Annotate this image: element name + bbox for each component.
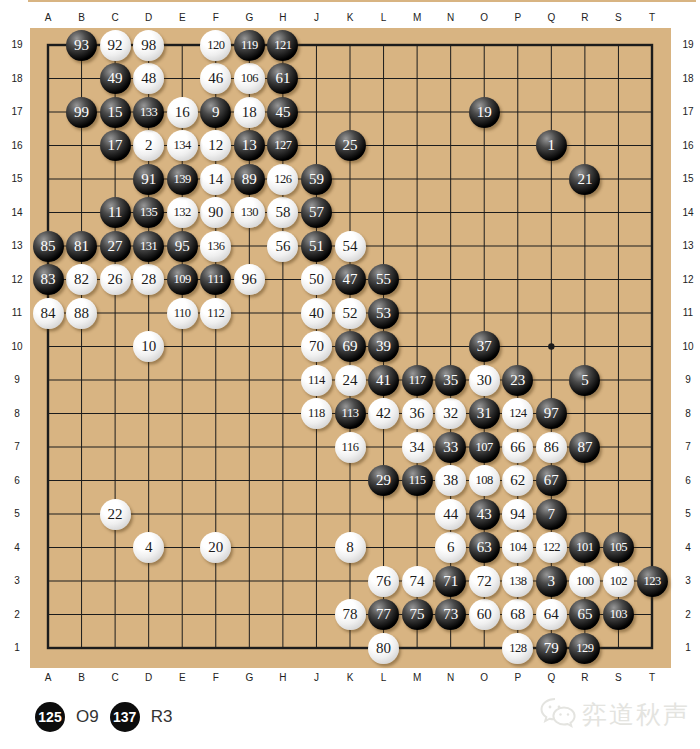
stone-number: 136 <box>207 239 224 254</box>
stone-D10: 10 <box>133 331 164 362</box>
stone-number: 112 <box>207 306 224 321</box>
row-label-right-8: 8 <box>674 408 700 420</box>
stone-number: 78 <box>343 606 358 623</box>
stone-O6: 108 <box>469 465 500 496</box>
stone-number: 89 <box>242 171 257 188</box>
stone-G19: 119 <box>234 30 265 61</box>
caption-stone-125: 125 <box>35 702 65 732</box>
stone-number: 1 <box>548 137 556 154</box>
stone-R15: 21 <box>569 164 600 195</box>
col-label-bottom-M: M <box>407 672 427 684</box>
stone-Q2: 64 <box>536 599 567 630</box>
stone-L3: 76 <box>368 566 399 597</box>
row-label-left-4: 4 <box>4 542 30 554</box>
stone-N8: 32 <box>435 398 466 429</box>
row-label-left-3: 3 <box>4 575 30 587</box>
stone-number: 34 <box>410 439 425 456</box>
stone-number: 87 <box>577 439 592 456</box>
stone-N7: 33 <box>435 432 466 463</box>
col-label-top-Q: Q <box>541 12 561 24</box>
stone-number: 37 <box>477 338 492 355</box>
stone-number: 95 <box>175 238 190 255</box>
stone-number: 116 <box>342 440 359 455</box>
stone-M8: 36 <box>402 398 433 429</box>
stone-O2: 60 <box>469 599 500 630</box>
stone-G15: 89 <box>234 164 265 195</box>
stone-number: 88 <box>74 305 89 322</box>
stone-number: 28 <box>141 271 156 288</box>
col-label-top-S: S <box>608 12 628 24</box>
stone-E13: 95 <box>167 231 198 262</box>
stone-S2: 103 <box>603 599 634 630</box>
col-label-bottom-Q: Q <box>541 672 561 684</box>
stone-number: 11 <box>108 204 122 221</box>
col-label-top-H: H <box>273 12 293 24</box>
col-label-bottom-H: H <box>273 672 293 684</box>
stone-number: 31 <box>477 405 492 422</box>
stone-H19: 121 <box>267 30 298 61</box>
stone-D16: 2 <box>133 130 164 161</box>
stone-number: 72 <box>477 573 492 590</box>
stone-number: 79 <box>544 640 559 657</box>
stone-F13: 136 <box>200 231 231 262</box>
row-label-left-10: 10 <box>4 341 30 353</box>
stone-number: 52 <box>343 305 358 322</box>
stone-number: 121 <box>274 38 291 53</box>
stone-number: 65 <box>577 606 592 623</box>
stone-R3: 100 <box>569 566 600 597</box>
stone-number: 118 <box>308 406 325 421</box>
stone-K10: 69 <box>335 331 366 362</box>
stone-number: 39 <box>376 338 391 355</box>
row-label-left-17: 17 <box>4 106 30 118</box>
stone-number: 33 <box>443 439 458 456</box>
row-label-right-15: 15 <box>674 173 700 185</box>
stone-number: 57 <box>309 204 324 221</box>
stone-number: 58 <box>275 204 290 221</box>
stone-number: 41 <box>376 372 391 389</box>
col-label-top-R: R <box>575 12 595 24</box>
row-label-right-13: 13 <box>674 240 700 252</box>
stone-number: 15 <box>108 104 123 121</box>
stone-number: 96 <box>242 271 257 288</box>
stone-number: 59 <box>309 171 324 188</box>
stone-number: 107 <box>476 440 493 455</box>
stone-G12: 96 <box>234 264 265 295</box>
row-label-left-16: 16 <box>4 140 30 152</box>
go-diagram-page: 1234567891011121314151617181920212223242… <box>0 0 700 749</box>
stone-C13: 27 <box>100 231 131 262</box>
stone-number: 13 <box>242 137 257 154</box>
col-label-top-N: N <box>441 12 461 24</box>
stone-number: 135 <box>140 205 157 220</box>
row-label-left-5: 5 <box>4 508 30 520</box>
col-label-bottom-G: G <box>239 672 259 684</box>
board-top-edge-strip <box>28 0 696 2</box>
row-label-left-11: 11 <box>4 307 30 319</box>
stone-number: 70 <box>309 338 324 355</box>
col-label-bottom-D: D <box>139 672 159 684</box>
stone-number: 74 <box>410 573 425 590</box>
stone-number: 101 <box>576 540 593 555</box>
col-label-top-O: O <box>474 12 494 24</box>
col-label-bottom-B: B <box>72 672 92 684</box>
stone-O10: 37 <box>469 331 500 362</box>
stone-C5: 22 <box>100 499 131 530</box>
stone-J8: 118 <box>301 398 332 429</box>
stone-number: 82 <box>74 271 89 288</box>
stone-number: 117 <box>409 373 426 388</box>
row-label-left-13: 13 <box>4 240 30 252</box>
stone-N5: 44 <box>435 499 466 530</box>
stone-number: 61 <box>275 70 290 87</box>
row-label-right-12: 12 <box>674 274 700 286</box>
col-label-bottom-O: O <box>474 672 494 684</box>
stone-number: 93 <box>74 37 89 54</box>
stone-number: 119 <box>241 38 258 53</box>
stone-G16: 13 <box>234 130 265 161</box>
stone-number: 134 <box>174 138 191 153</box>
stone-number: 123 <box>643 574 660 589</box>
stone-number: 80 <box>376 640 391 657</box>
stone-number: 122 <box>543 540 560 555</box>
col-label-top-D: D <box>139 12 159 24</box>
stone-E14: 132 <box>167 197 198 228</box>
stone-K2: 78 <box>335 599 366 630</box>
stone-K4: 8 <box>335 532 366 563</box>
stone-number: 55 <box>376 271 391 288</box>
stone-number: 43 <box>477 506 492 523</box>
col-label-top-K: K <box>340 12 360 24</box>
stone-D18: 48 <box>133 63 164 94</box>
stone-P1: 128 <box>502 633 533 664</box>
stone-H15: 126 <box>267 164 298 195</box>
stone-G14: 130 <box>234 197 265 228</box>
stone-number: 19 <box>477 104 492 121</box>
row-label-right-9: 9 <box>674 374 700 386</box>
stone-C16: 17 <box>100 130 131 161</box>
col-label-top-A: A <box>38 12 58 24</box>
stone-number: 49 <box>108 70 123 87</box>
stone-number: 66 <box>510 439 525 456</box>
stone-Q7: 86 <box>536 432 567 463</box>
col-label-top-T: T <box>642 12 662 24</box>
stone-number: 128 <box>509 641 526 656</box>
stone-R9: 5 <box>569 365 600 396</box>
stone-number: 21 <box>577 171 592 188</box>
stone-K13: 54 <box>335 231 366 262</box>
stone-N9: 35 <box>435 365 466 396</box>
stone-number: 139 <box>174 172 191 187</box>
stone-number: 114 <box>308 373 325 388</box>
stone-number: 77 <box>376 606 391 623</box>
stone-N6: 38 <box>435 465 466 496</box>
stone-Q4: 122 <box>536 532 567 563</box>
stone-number: 126 <box>274 172 291 187</box>
stone-number: 113 <box>342 406 359 421</box>
row-label-left-8: 8 <box>4 408 30 420</box>
stone-K12: 47 <box>335 264 366 295</box>
stone-number: 68 <box>510 606 525 623</box>
stone-number: 64 <box>544 606 559 623</box>
stone-number: 2 <box>145 137 153 154</box>
stone-number: 12 <box>208 137 223 154</box>
stone-D14: 135 <box>133 197 164 228</box>
stone-O17: 19 <box>469 97 500 128</box>
stone-H13: 56 <box>267 231 298 262</box>
stone-P3: 138 <box>502 566 533 597</box>
stone-number: 127 <box>274 138 291 153</box>
row-label-left-1: 1 <box>4 642 30 654</box>
stone-number: 94 <box>510 506 525 523</box>
watermark: 弈道秋声 <box>539 697 690 731</box>
stone-number: 4 <box>145 539 153 556</box>
col-label-bottom-S: S <box>608 672 628 684</box>
go-board: 1234567891011121314151617181920212223242… <box>30 28 671 668</box>
col-label-top-L: L <box>374 12 394 24</box>
stone-J9: 114 <box>301 365 332 396</box>
stone-C14: 11 <box>100 197 131 228</box>
row-label-right-5: 5 <box>674 508 700 520</box>
stone-N3: 71 <box>435 566 466 597</box>
stone-number: 20 <box>208 539 223 556</box>
col-label-top-C: C <box>105 12 125 24</box>
stone-O5: 43 <box>469 499 500 530</box>
stone-number: 35 <box>443 372 458 389</box>
stone-number: 92 <box>108 37 123 54</box>
row-label-right-11: 11 <box>674 307 700 319</box>
stone-number: 76 <box>376 573 391 590</box>
stone-G17: 18 <box>234 97 265 128</box>
stone-K11: 52 <box>335 298 366 329</box>
stone-B11: 88 <box>66 298 97 329</box>
row-label-left-12: 12 <box>4 274 30 286</box>
row-label-right-17: 17 <box>674 106 700 118</box>
stone-O4: 63 <box>469 532 500 563</box>
stone-number: 103 <box>610 607 627 622</box>
row-label-right-18: 18 <box>674 73 700 85</box>
row-label-right-4: 4 <box>674 542 700 554</box>
stone-E16: 134 <box>167 130 198 161</box>
row-label-right-10: 10 <box>674 341 700 353</box>
stone-number: 60 <box>477 606 492 623</box>
col-label-top-B: B <box>72 12 92 24</box>
stone-number: 38 <box>443 472 458 489</box>
row-label-right-19: 19 <box>674 39 700 51</box>
stone-number: 24 <box>343 372 358 389</box>
stone-M3: 74 <box>402 566 433 597</box>
col-label-bottom-F: F <box>206 672 226 684</box>
stone-M2: 75 <box>402 599 433 630</box>
stone-C12: 26 <box>100 264 131 295</box>
stone-number: 71 <box>443 573 458 590</box>
stone-A11: 84 <box>33 298 64 329</box>
stone-number: 3 <box>548 573 556 590</box>
stone-Q5: 7 <box>536 499 567 530</box>
stone-number: 36 <box>410 405 425 422</box>
stone-number: 42 <box>376 405 391 422</box>
stone-number: 30 <box>477 372 492 389</box>
stone-E11: 110 <box>167 298 198 329</box>
stone-number: 133 <box>140 105 157 120</box>
stone-J15: 59 <box>301 164 332 195</box>
col-label-bottom-T: T <box>642 672 662 684</box>
stone-R1: 129 <box>569 633 600 664</box>
stone-number: 86 <box>544 439 559 456</box>
row-label-left-9: 9 <box>4 374 30 386</box>
stone-number: 91 <box>141 171 156 188</box>
row-label-right-6: 6 <box>674 475 700 487</box>
stone-number: 6 <box>447 539 455 556</box>
col-label-bottom-K: K <box>340 672 360 684</box>
stone-number: 5 <box>581 372 589 389</box>
stone-number: 44 <box>443 506 458 523</box>
stone-number: 120 <box>207 38 224 53</box>
stone-C19: 92 <box>100 30 131 61</box>
stone-T3: 123 <box>637 566 668 597</box>
stone-P7: 66 <box>502 432 533 463</box>
row-label-right-1: 1 <box>674 642 700 654</box>
stone-number: 102 <box>610 574 627 589</box>
stone-R7: 87 <box>569 432 600 463</box>
stone-number: 56 <box>275 238 290 255</box>
stone-L10: 39 <box>368 331 399 362</box>
stone-number: 85 <box>41 238 56 255</box>
stone-number: 53 <box>376 305 391 322</box>
stone-number: 50 <box>309 271 324 288</box>
stone-number: 90 <box>208 204 223 221</box>
stone-number: 75 <box>410 606 425 623</box>
stone-number: 48 <box>141 70 156 87</box>
stone-K9: 24 <box>335 365 366 396</box>
stone-number: 18 <box>242 104 257 121</box>
caption-coord-137: R3 <box>151 707 173 727</box>
stone-number: 47 <box>343 271 358 288</box>
col-label-top-F: F <box>206 12 226 24</box>
stone-F11: 112 <box>200 298 231 329</box>
stone-number: 22 <box>108 506 123 523</box>
stone-Q16: 1 <box>536 130 567 161</box>
stone-number: 131 <box>140 239 157 254</box>
stone-G18: 106 <box>234 63 265 94</box>
stone-number: 84 <box>41 305 56 322</box>
stone-H17: 45 <box>267 97 298 128</box>
stone-D19: 98 <box>133 30 164 61</box>
stone-Q6: 67 <box>536 465 567 496</box>
stone-D12: 28 <box>133 264 164 295</box>
stone-A12: 83 <box>33 264 64 295</box>
row-label-left-6: 6 <box>4 475 30 487</box>
stone-number: 54 <box>343 238 358 255</box>
caption-stone-137: 137 <box>110 702 140 732</box>
stone-L9: 41 <box>368 365 399 396</box>
stone-P5: 94 <box>502 499 533 530</box>
stone-E17: 16 <box>167 97 198 128</box>
stone-P9: 23 <box>502 365 533 396</box>
stone-number: 67 <box>544 472 559 489</box>
stone-O7: 107 <box>469 432 500 463</box>
stone-number: 62 <box>510 472 525 489</box>
row-label-right-14: 14 <box>674 207 700 219</box>
stone-D13: 131 <box>133 231 164 262</box>
stone-F15: 14 <box>200 164 231 195</box>
stone-number: 115 <box>409 473 426 488</box>
stone-number: 40 <box>309 305 324 322</box>
stone-D17: 133 <box>133 97 164 128</box>
stone-K16: 25 <box>335 130 366 161</box>
row-label-left-14: 14 <box>4 207 30 219</box>
stone-O8: 31 <box>469 398 500 429</box>
col-label-top-M: M <box>407 12 427 24</box>
stone-number: 108 <box>476 473 493 488</box>
stone-L11: 53 <box>368 298 399 329</box>
caption-coord-125: O9 <box>76 707 99 727</box>
stone-L1: 80 <box>368 633 399 664</box>
stone-number: 10 <box>141 338 156 355</box>
stone-B13: 81 <box>66 231 97 262</box>
stone-number: 99 <box>74 104 89 121</box>
stone-number: 23 <box>510 372 525 389</box>
stone-N2: 73 <box>435 599 466 630</box>
stone-O9: 30 <box>469 365 500 396</box>
stone-number: 25 <box>343 137 358 154</box>
stone-number: 138 <box>509 574 526 589</box>
stone-K8: 113 <box>335 398 366 429</box>
row-label-left-2: 2 <box>4 609 30 621</box>
stone-L8: 42 <box>368 398 399 429</box>
stone-B17: 99 <box>66 97 97 128</box>
stone-number: 17 <box>108 137 123 154</box>
stone-Q8: 97 <box>536 398 567 429</box>
stone-number: 7 <box>548 506 556 523</box>
row-label-left-7: 7 <box>4 441 30 453</box>
stone-number: 73 <box>443 606 458 623</box>
stone-number: 129 <box>576 641 593 656</box>
row-label-left-19: 19 <box>4 39 30 51</box>
stone-L12: 55 <box>368 264 399 295</box>
col-label-top-P: P <box>508 12 528 24</box>
stone-K7: 116 <box>335 432 366 463</box>
stone-L2: 77 <box>368 599 399 630</box>
stone-B12: 82 <box>66 264 97 295</box>
stone-J13: 51 <box>301 231 332 262</box>
stone-B19: 93 <box>66 30 97 61</box>
stone-number: 124 <box>509 406 526 421</box>
stone-E15: 139 <box>167 164 198 195</box>
stone-number: 105 <box>610 540 627 555</box>
stone-D15: 91 <box>133 164 164 195</box>
stone-number: 27 <box>108 238 123 255</box>
stone-A13: 85 <box>33 231 64 262</box>
move-caption: 125 O9 137 R3 <box>35 702 172 732</box>
row-label-left-15: 15 <box>4 173 30 185</box>
stone-number: 29 <box>376 472 391 489</box>
stone-number: 110 <box>174 306 191 321</box>
col-label-bottom-P: P <box>508 672 528 684</box>
stone-number: 46 <box>208 70 223 87</box>
row-label-right-7: 7 <box>674 441 700 453</box>
stone-number: 106 <box>241 71 258 86</box>
col-label-bottom-A: A <box>38 672 58 684</box>
stone-M7: 34 <box>402 432 433 463</box>
row-label-right-2: 2 <box>674 609 700 621</box>
stone-number: 16 <box>175 104 190 121</box>
row-label-right-3: 3 <box>674 575 700 587</box>
stone-S3: 102 <box>603 566 634 597</box>
wechat-logo-icon <box>539 697 577 731</box>
stone-number: 130 <box>241 205 258 220</box>
stone-number: 32 <box>443 405 458 422</box>
